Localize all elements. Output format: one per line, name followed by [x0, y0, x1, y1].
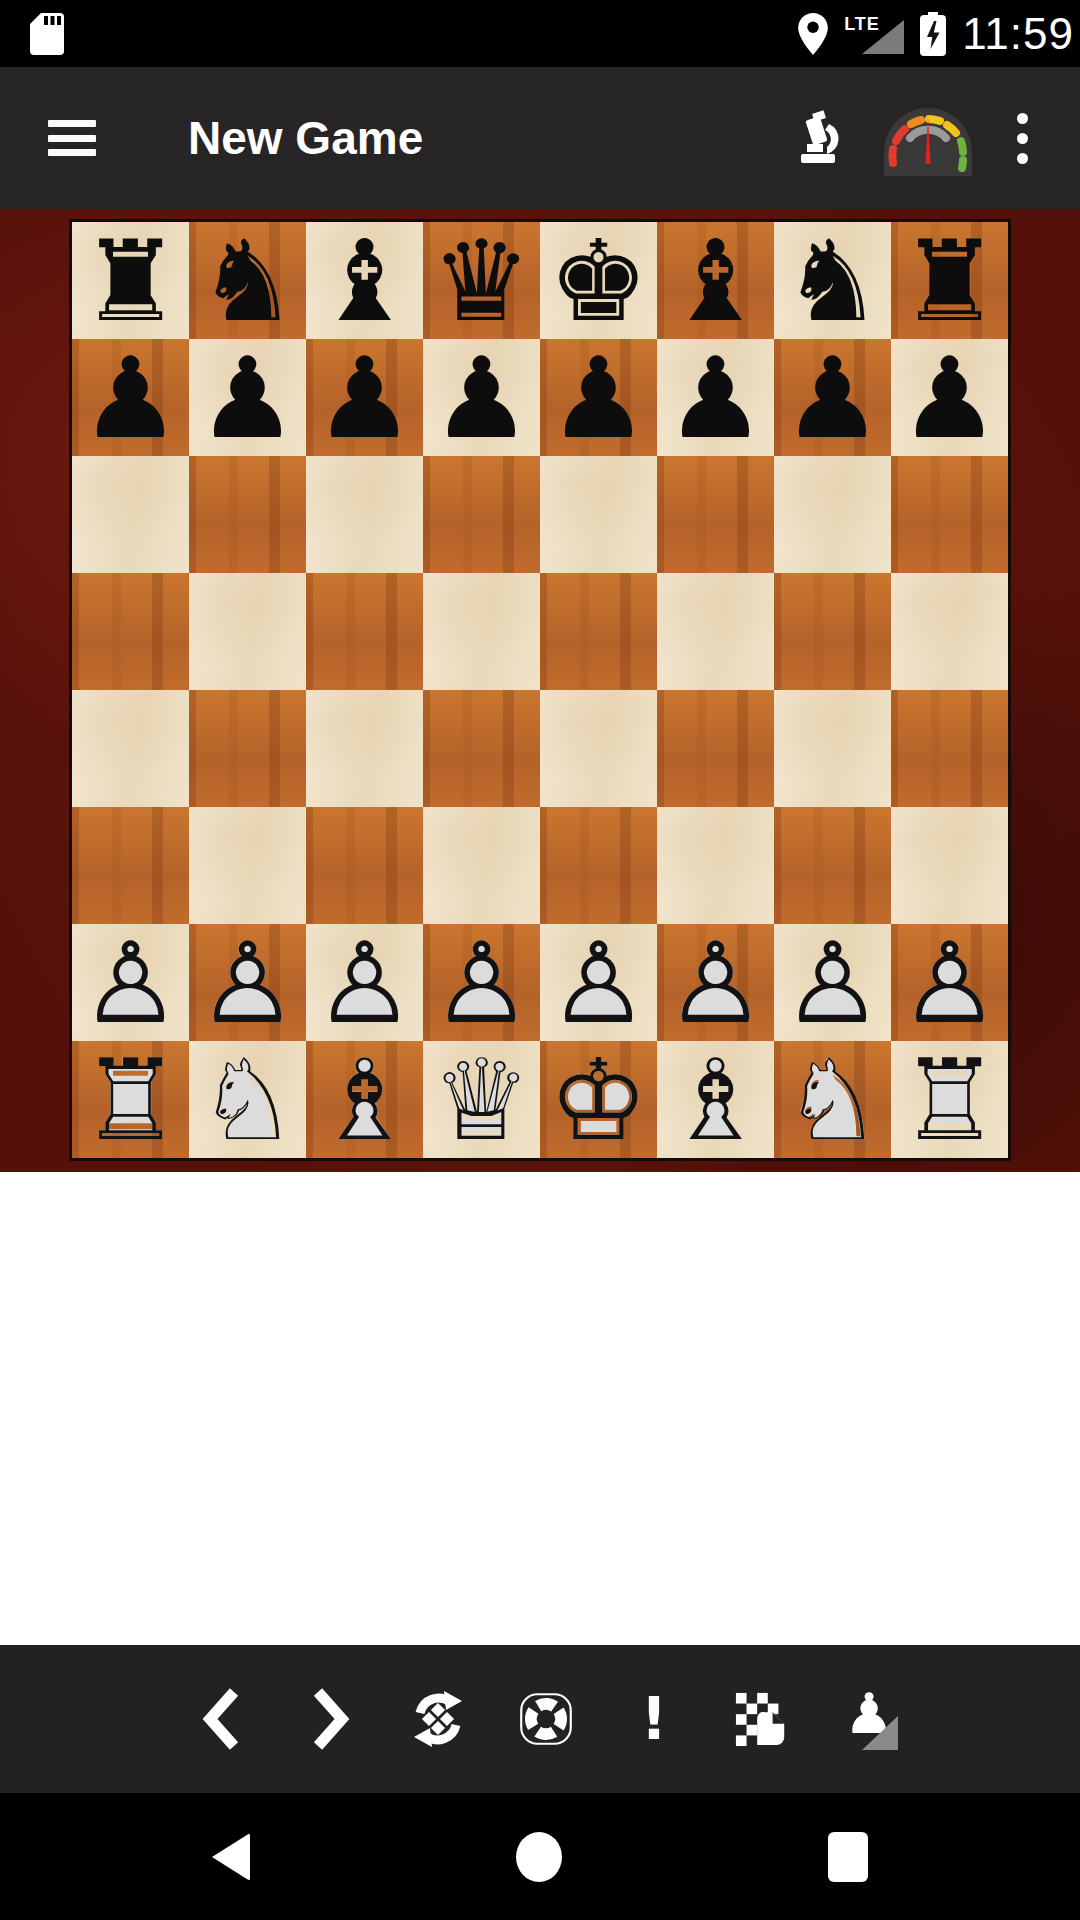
- previous-move-button[interactable]: [194, 1684, 250, 1754]
- square-e7[interactable]: ♟: [540, 339, 657, 456]
- signal-triangle-icon: [862, 20, 904, 54]
- square-d3[interactable]: [423, 807, 540, 924]
- location-icon: [798, 13, 828, 55]
- square-a1[interactable]: ♜♖: [72, 1041, 189, 1158]
- black-pawn: ♟: [540, 339, 657, 456]
- white-queen: ♛: [423, 1041, 540, 1158]
- square-g1[interactable]: ♞♘: [774, 1041, 891, 1158]
- square-b5[interactable]: [189, 573, 306, 690]
- black-rook: ♜: [891, 222, 1008, 339]
- square-c1[interactable]: ♝♗: [306, 1041, 423, 1158]
- square-h5[interactable]: [891, 573, 1008, 690]
- white-pawn: ♟: [774, 924, 891, 1041]
- black-pawn: ♟: [189, 339, 306, 456]
- white-bishop: ♝: [657, 1041, 774, 1158]
- square-d1[interactable]: ♛♕: [423, 1041, 540, 1158]
- square-c2[interactable]: ♟♙: [306, 924, 423, 1041]
- clock: 11:59: [962, 9, 1074, 59]
- battery-charging-icon: [920, 12, 946, 56]
- square-h4[interactable]: [891, 690, 1008, 807]
- square-b7[interactable]: ♟: [189, 339, 306, 456]
- square-f5[interactable]: [657, 573, 774, 690]
- square-d6[interactable]: [423, 456, 540, 573]
- square-a2[interactable]: ♟♙: [72, 924, 189, 1041]
- square-d2[interactable]: ♟♙: [423, 924, 540, 1041]
- square-f2[interactable]: ♟♙: [657, 924, 774, 1041]
- square-h1[interactable]: ♜♖: [891, 1041, 1008, 1158]
- status-right-cluster: LTE 11:59: [798, 0, 1074, 67]
- back-icon[interactable]: [212, 1833, 250, 1881]
- app-bar: New Game: [0, 67, 1080, 209]
- square-c8[interactable]: ♝: [306, 222, 423, 339]
- white-bishop-outline: ♗: [306, 1041, 423, 1158]
- recents-icon[interactable]: [828, 1832, 868, 1882]
- flip-board-button[interactable]: [410, 1684, 466, 1754]
- sd-card-icon: [30, 13, 64, 55]
- square-b8[interactable]: ♞: [189, 222, 306, 339]
- black-pawn: ♟: [657, 339, 774, 456]
- white-knight: ♞: [774, 1041, 891, 1158]
- black-bishop: ♝: [657, 222, 774, 339]
- android-nav-bar: [0, 1793, 1080, 1920]
- square-g4[interactable]: [774, 690, 891, 807]
- square-d5[interactable]: [423, 573, 540, 690]
- content-area: [0, 1172, 1080, 1645]
- square-a7[interactable]: ♟: [72, 339, 189, 456]
- white-pawn: ♟: [540, 924, 657, 1041]
- white-pawn-outline: ♙: [891, 924, 1008, 1041]
- square-f3[interactable]: [657, 807, 774, 924]
- white-knight-outline: ♘: [774, 1041, 891, 1158]
- hint-button[interactable]: [518, 1684, 574, 1754]
- square-f1[interactable]: ♝♗: [657, 1041, 774, 1158]
- board-frame-texture: ♜♞♝♛♚♝♞♜♟♟♟♟♟♟♟♟♟♙♟♙♟♙♟♙♟♙♟♙♟♙♟♙♜♖♞♘♝♗♛♕…: [0, 209, 1080, 1172]
- square-a5[interactable]: [72, 573, 189, 690]
- white-pawn: ♟: [306, 924, 423, 1041]
- square-a4[interactable]: [72, 690, 189, 807]
- square-g2[interactable]: ♟♙: [774, 924, 891, 1041]
- game-toolbar: ! ♟: [0, 1645, 1080, 1793]
- white-pawn-outline: ♙: [774, 924, 891, 1041]
- square-b3[interactable]: [189, 807, 306, 924]
- white-pawn-outline: ♙: [657, 924, 774, 1041]
- pawn-level-icon: ♟: [842, 1686, 898, 1752]
- square-d4[interactable]: [423, 690, 540, 807]
- square-e6[interactable]: [540, 456, 657, 573]
- white-pawn-outline: ♙: [306, 924, 423, 1041]
- square-f8[interactable]: ♝: [657, 222, 774, 339]
- black-knight: ♞: [189, 222, 306, 339]
- black-bishop: ♝: [306, 222, 423, 339]
- white-bishop: ♝: [306, 1041, 423, 1158]
- square-c7[interactable]: ♟: [306, 339, 423, 456]
- analysis-microscope-icon[interactable]: [799, 110, 845, 166]
- black-pawn: ♟: [774, 339, 891, 456]
- square-d7[interactable]: ♟: [423, 339, 540, 456]
- square-h8[interactable]: ♜: [891, 222, 1008, 339]
- white-pawn: ♟: [891, 924, 1008, 1041]
- white-pawn: ♟: [72, 924, 189, 1041]
- black-pawn: ♟: [891, 339, 1008, 456]
- square-e1[interactable]: ♚♔: [540, 1041, 657, 1158]
- square-e8[interactable]: ♚: [540, 222, 657, 339]
- overflow-menu-icon[interactable]: [1011, 113, 1034, 164]
- square-e2[interactable]: ♟♙: [540, 924, 657, 1041]
- square-g8[interactable]: ♞: [774, 222, 891, 339]
- square-e5[interactable]: [540, 573, 657, 690]
- square-h6[interactable]: [891, 456, 1008, 573]
- white-king-outline: ♔: [540, 1041, 657, 1158]
- square-h2[interactable]: ♟♙: [891, 924, 1008, 1041]
- square-a6[interactable]: [72, 456, 189, 573]
- white-pawn: ♟: [423, 924, 540, 1041]
- home-icon[interactable]: [516, 1832, 562, 1882]
- white-queen-outline: ♕: [423, 1041, 540, 1158]
- black-king: ♚: [540, 222, 657, 339]
- square-b6[interactable]: [189, 456, 306, 573]
- square-a8[interactable]: ♜: [72, 222, 189, 339]
- white-pawn: ♟: [657, 924, 774, 1041]
- square-e4[interactable]: [540, 690, 657, 807]
- black-pawn: ♟: [423, 339, 540, 456]
- white-rook-outline: ♖: [891, 1041, 1008, 1158]
- status-bar: LTE 11:59: [0, 0, 1080, 67]
- next-move-button[interactable]: [302, 1684, 358, 1754]
- level-triangle-icon: [862, 1716, 898, 1750]
- square-g3[interactable]: [774, 807, 891, 924]
- square-b1[interactable]: ♞♘: [189, 1041, 306, 1158]
- force-move-button[interactable]: !: [626, 1684, 682, 1754]
- square-b4[interactable]: [189, 690, 306, 807]
- white-knight-outline: ♘: [189, 1041, 306, 1158]
- white-bishop-outline: ♗: [657, 1041, 774, 1158]
- black-rook: ♜: [72, 222, 189, 339]
- square-a3[interactable]: [72, 807, 189, 924]
- exclamation-icon: !: [641, 1685, 667, 1753]
- square-c6[interactable]: [306, 456, 423, 573]
- white-pawn-outline: ♙: [423, 924, 540, 1041]
- square-e3[interactable]: [540, 807, 657, 924]
- square-h7[interactable]: ♟: [891, 339, 1008, 456]
- phone-screen: LTE 11:59 New Game: [0, 0, 1080, 1920]
- appbar-actions: [799, 67, 1034, 209]
- player-level-button[interactable]: ♟: [842, 1684, 898, 1754]
- black-pawn: ♟: [72, 339, 189, 456]
- chevron-right-icon: [310, 1687, 350, 1751]
- page-title: New Game: [188, 111, 423, 165]
- chess-board-frame: ♜♞♝♛♚♝♞♜♟♟♟♟♟♟♟♟♟♙♟♙♟♙♟♙♟♙♟♙♟♙♟♙♜♖♞♘♝♗♛♕…: [69, 219, 1011, 1161]
- square-g5[interactable]: [774, 573, 891, 690]
- square-c3[interactable]: [306, 807, 423, 924]
- square-f7[interactable]: ♟: [657, 339, 774, 456]
- black-pawn: ♟: [306, 339, 423, 456]
- white-rook: ♜: [891, 1041, 1008, 1158]
- rotate-arrows-icon: [410, 1688, 466, 1750]
- square-b2[interactable]: ♟♙: [189, 924, 306, 1041]
- black-queen: ♛: [423, 222, 540, 339]
- square-g6[interactable]: [774, 456, 891, 573]
- square-c5[interactable]: [306, 573, 423, 690]
- square-f6[interactable]: [657, 456, 774, 573]
- white-knight: ♞: [189, 1041, 306, 1158]
- square-d8[interactable]: ♛: [423, 222, 540, 339]
- new-game-button[interactable]: [734, 1684, 790, 1754]
- square-c4[interactable]: [306, 690, 423, 807]
- square-h3[interactable]: [891, 807, 1008, 924]
- board-document-icon: [734, 1688, 790, 1750]
- white-pawn-outline: ♙: [189, 924, 306, 1041]
- cellular-signal: LTE: [844, 12, 904, 56]
- white-pawn: ♟: [189, 924, 306, 1041]
- white-king: ♚: [540, 1041, 657, 1158]
- white-rook-outline: ♖: [72, 1041, 189, 1158]
- engine-strength-gauge-icon[interactable]: [880, 100, 976, 176]
- lifebuoy-icon: [518, 1690, 574, 1748]
- chess-board: ♜♞♝♛♚♝♞♜♟♟♟♟♟♟♟♟♟♙♟♙♟♙♟♙♟♙♟♙♟♙♟♙♜♖♞♘♝♗♛♕…: [72, 222, 1008, 1158]
- square-f4[interactable]: [657, 690, 774, 807]
- white-pawn-outline: ♙: [540, 924, 657, 1041]
- square-g7[interactable]: ♟: [774, 339, 891, 456]
- black-knight: ♞: [774, 222, 891, 339]
- white-pawn-outline: ♙: [72, 924, 189, 1041]
- menu-icon[interactable]: [48, 120, 96, 156]
- white-rook: ♜: [72, 1041, 189, 1158]
- chevron-left-icon: [202, 1687, 242, 1751]
